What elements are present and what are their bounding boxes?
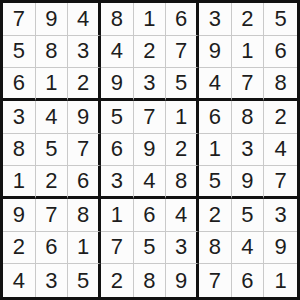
sudoku-cell-r2c2[interactable]: 8 <box>36 36 69 69</box>
sudoku-cell-r7c9[interactable]: 3 <box>264 199 297 232</box>
sudoku-cell-r5c6[interactable]: 2 <box>166 134 199 167</box>
sudoku-cell-r2c1[interactable]: 5 <box>3 36 36 69</box>
sudoku-cell-r3c6[interactable]: 5 <box>166 68 199 101</box>
sudoku-cell-r4c2[interactable]: 4 <box>36 101 69 134</box>
sudoku-cell-r5c3[interactable]: 7 <box>68 134 101 167</box>
sudoku-cell-r1c4[interactable]: 8 <box>101 3 134 36</box>
sudoku-cell-r1c7[interactable]: 3 <box>199 3 232 36</box>
sudoku-cell-r1c6[interactable]: 6 <box>166 3 199 36</box>
sudoku-cell-r1c1[interactable]: 7 <box>3 3 36 36</box>
sudoku-cell-r8c6[interactable]: 3 <box>166 232 199 265</box>
sudoku-cell-r4c6[interactable]: 1 <box>166 101 199 134</box>
sudoku-cell-r8c1[interactable]: 2 <box>3 232 36 265</box>
sudoku-cell-r5c5[interactable]: 9 <box>134 134 167 167</box>
sudoku-cell-r6c5[interactable]: 4 <box>134 166 167 199</box>
sudoku-cell-r9c4[interactable]: 2 <box>101 264 134 297</box>
sudoku-cell-r6c1[interactable]: 1 <box>3 166 36 199</box>
sudoku-cell-r4c4[interactable]: 5 <box>101 101 134 134</box>
sudoku-cell-r3c5[interactable]: 3 <box>134 68 167 101</box>
sudoku-cell-r5c9[interactable]: 4 <box>264 134 297 167</box>
sudoku-cell-r3c1[interactable]: 6 <box>3 68 36 101</box>
sudoku-cell-r5c4[interactable]: 6 <box>101 134 134 167</box>
sudoku-cell-r9c2[interactable]: 3 <box>36 264 69 297</box>
sudoku-cell-r6c4[interactable]: 3 <box>101 166 134 199</box>
sudoku-board: 7948163255834279166129354783495716828576… <box>0 0 300 300</box>
sudoku-cell-r2c4[interactable]: 4 <box>101 36 134 69</box>
sudoku-cell-r1c5[interactable]: 1 <box>134 3 167 36</box>
sudoku-cell-r2c7[interactable]: 9 <box>199 36 232 69</box>
sudoku-cell-r7c6[interactable]: 4 <box>166 199 199 232</box>
sudoku-cell-r2c9[interactable]: 6 <box>264 36 297 69</box>
sudoku-cell-r4c3[interactable]: 9 <box>68 101 101 134</box>
sudoku-cell-r7c1[interactable]: 9 <box>3 199 36 232</box>
sudoku-cell-r5c2[interactable]: 5 <box>36 134 69 167</box>
sudoku-cell-r9c3[interactable]: 5 <box>68 264 101 297</box>
sudoku-cell-r1c9[interactable]: 5 <box>264 3 297 36</box>
sudoku-cell-r4c7[interactable]: 6 <box>199 101 232 134</box>
sudoku-cell-r1c3[interactable]: 4 <box>68 3 101 36</box>
sudoku-cell-r8c9[interactable]: 9 <box>264 232 297 265</box>
sudoku-cell-r7c5[interactable]: 6 <box>134 199 167 232</box>
sudoku-cell-r4c5[interactable]: 7 <box>134 101 167 134</box>
sudoku-cell-r5c1[interactable]: 8 <box>3 134 36 167</box>
sudoku-cell-r9c8[interactable]: 6 <box>232 264 265 297</box>
sudoku-cell-r8c4[interactable]: 7 <box>101 232 134 265</box>
sudoku-cell-r9c5[interactable]: 8 <box>134 264 167 297</box>
sudoku-cell-r6c6[interactable]: 8 <box>166 166 199 199</box>
sudoku-cell-r7c7[interactable]: 2 <box>199 199 232 232</box>
sudoku-cell-r5c7[interactable]: 1 <box>199 134 232 167</box>
sudoku-cell-r8c2[interactable]: 6 <box>36 232 69 265</box>
sudoku-cell-r4c9[interactable]: 2 <box>264 101 297 134</box>
sudoku-cell-r4c8[interactable]: 8 <box>232 101 265 134</box>
sudoku-cell-r8c7[interactable]: 8 <box>199 232 232 265</box>
sudoku-cell-r9c9[interactable]: 1 <box>264 264 297 297</box>
sudoku-cell-r7c2[interactable]: 7 <box>36 199 69 232</box>
sudoku-cell-r2c8[interactable]: 1 <box>232 36 265 69</box>
sudoku-cell-r3c2[interactable]: 1 <box>36 68 69 101</box>
sudoku-cell-r7c8[interactable]: 5 <box>232 199 265 232</box>
sudoku-cell-r2c3[interactable]: 3 <box>68 36 101 69</box>
sudoku-cell-r3c3[interactable]: 2 <box>68 68 101 101</box>
sudoku-cell-r1c8[interactable]: 2 <box>232 3 265 36</box>
sudoku-cell-r4c1[interactable]: 3 <box>3 101 36 134</box>
sudoku-cell-r8c5[interactable]: 5 <box>134 232 167 265</box>
sudoku-cell-r6c7[interactable]: 5 <box>199 166 232 199</box>
sudoku-cell-r6c3[interactable]: 6 <box>68 166 101 199</box>
sudoku-cell-r6c9[interactable]: 7 <box>264 166 297 199</box>
sudoku-cell-r7c3[interactable]: 8 <box>68 199 101 232</box>
sudoku-cell-r3c4[interactable]: 9 <box>101 68 134 101</box>
sudoku-cell-r9c6[interactable]: 9 <box>166 264 199 297</box>
sudoku-cell-r8c3[interactable]: 1 <box>68 232 101 265</box>
sudoku-cell-r1c2[interactable]: 9 <box>36 3 69 36</box>
sudoku-cell-r3c7[interactable]: 4 <box>199 68 232 101</box>
sudoku-cell-r8c8[interactable]: 4 <box>232 232 265 265</box>
sudoku-cell-r2c5[interactable]: 2 <box>134 36 167 69</box>
sudoku-cell-r3c9[interactable]: 8 <box>264 68 297 101</box>
sudoku-cell-r9c7[interactable]: 7 <box>199 264 232 297</box>
sudoku-cell-r2c6[interactable]: 7 <box>166 36 199 69</box>
sudoku-cell-r3c8[interactable]: 7 <box>232 68 265 101</box>
sudoku-cell-r9c1[interactable]: 4 <box>3 264 36 297</box>
sudoku-cell-r7c4[interactable]: 1 <box>101 199 134 232</box>
sudoku-cell-r6c8[interactable]: 9 <box>232 166 265 199</box>
sudoku-cell-r6c2[interactable]: 2 <box>36 166 69 199</box>
sudoku-cell-r5c8[interactable]: 3 <box>232 134 265 167</box>
